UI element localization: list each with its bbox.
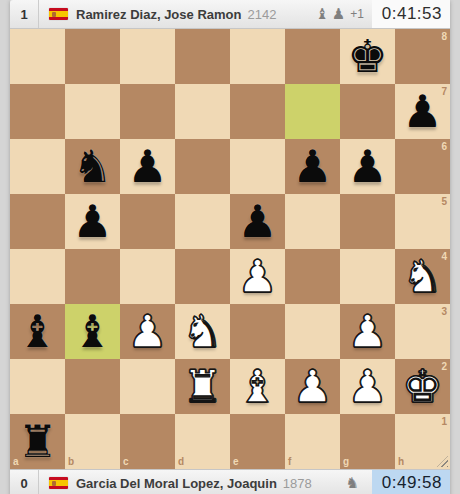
rank-label-8: 8 [441,32,447,42]
square-b2[interactable] [65,359,120,414]
square-g1[interactable]: g [340,414,395,469]
top-material-advantage: +1 [350,7,364,21]
square-h2[interactable]: 2♚ [395,359,450,414]
black-pawn[interactable]: ♟ [230,194,285,249]
top-player-bar: 1 Ramirez Diaz, Jose Ramon 2142 ♝♟ +1 0:… [10,0,450,29]
square-c8[interactable] [120,29,175,84]
square-f4[interactable] [285,249,340,304]
white-king[interactable]: ♚ [395,359,450,414]
spain-flag-icon [49,8,68,20]
square-h6[interactable]: 6 [395,139,450,194]
square-b5[interactable]: ♟ [65,194,120,249]
square-f1[interactable]: f [285,414,340,469]
white-knight[interactable]: ♞ [175,304,230,359]
top-player-name[interactable]: Ramirez Diaz, Jose Ramon [76,7,241,22]
square-e1[interactable]: e [230,414,285,469]
rank-label-5: 5 [441,197,447,207]
file-label-h: h [398,457,404,467]
square-c5[interactable] [120,194,175,249]
spain-flag-icon [49,477,68,489]
bottom-player-name[interactable]: Garcia Del Moral Lopez, Joaquin [76,476,277,491]
white-rook[interactable]: ♜ [175,359,230,414]
square-d6[interactable] [175,139,230,194]
bottom-player-bar: 0 Garcia Del Moral Lopez, Joaquin 1878 ♞… [10,469,450,494]
chess-board: ♚87♟♞♟♟♟6♟♟5♟4♞♝♝♟♞♟3♜♝♟♟2♚a♜bcdefg1h [10,29,450,469]
square-f2[interactable]: ♟ [285,359,340,414]
square-h8[interactable]: 8 [395,29,450,84]
rank-label-1: 1 [441,417,447,427]
square-f8[interactable] [285,29,340,84]
square-h4[interactable]: 4♞ [395,249,450,304]
square-a8[interactable] [10,29,65,84]
white-pawn[interactable]: ♟ [340,359,395,414]
black-pawn[interactable]: ♟ [120,139,175,194]
file-label-c: c [123,457,129,467]
square-h1[interactable]: 1h [395,414,450,469]
white-pawn[interactable]: ♟ [230,249,285,304]
square-g5[interactable] [340,194,395,249]
square-g7[interactable] [340,84,395,139]
square-d4[interactable] [175,249,230,304]
black-pawn[interactable]: ♟ [285,139,340,194]
square-a2[interactable] [10,359,65,414]
square-e8[interactable] [230,29,285,84]
square-e2[interactable]: ♝ [230,359,285,414]
black-pawn[interactable]: ♟ [395,84,450,139]
square-b4[interactable] [65,249,120,304]
square-g2[interactable]: ♟ [340,359,395,414]
square-c3[interactable]: ♟ [120,304,175,359]
bottom-captured-pieces: ♞ [346,476,362,491]
square-g4[interactable] [340,249,395,304]
bishop-icon: ♝ [315,5,330,23]
file-label-e: e [233,457,239,467]
pawn-icon: ♟ [332,5,347,23]
square-e6[interactable] [230,139,285,194]
black-knight[interactable]: ♞ [65,139,120,194]
square-c4[interactable] [120,249,175,304]
square-a1[interactable]: a♜ [10,414,65,469]
black-rook[interactable]: ♜ [10,414,65,469]
file-label-g: g [343,457,349,467]
square-f6[interactable]: ♟ [285,139,340,194]
square-e4[interactable]: ♟ [230,249,285,304]
square-c2[interactable] [120,359,175,414]
top-player-clock: 0:41:53 [372,0,450,28]
square-a4[interactable] [10,249,65,304]
square-b1[interactable]: b [65,414,120,469]
square-a3[interactable]: ♝ [10,304,65,359]
square-f3[interactable] [285,304,340,359]
square-d7[interactable] [175,84,230,139]
top-captured-pieces: ♝♟ [315,7,348,22]
square-g3[interactable]: ♟ [340,304,395,359]
square-h5[interactable]: 5 [395,194,450,249]
black-king[interactable]: ♚ [340,29,395,84]
square-e5[interactable]: ♟ [230,194,285,249]
square-d2[interactable]: ♜ [175,359,230,414]
square-h3[interactable]: 3 [395,304,450,359]
square-a5[interactable] [10,194,65,249]
square-d5[interactable] [175,194,230,249]
top-player-rating: 2142 [247,7,276,22]
black-pawn[interactable]: ♟ [65,194,120,249]
white-pawn[interactable]: ♟ [340,304,395,359]
square-e7[interactable] [230,84,285,139]
bottom-player-rating: 1878 [283,476,312,491]
square-c6[interactable]: ♟ [120,139,175,194]
file-label-f: f [288,457,291,467]
file-label-d: d [178,457,184,467]
square-g8[interactable]: ♚ [340,29,395,84]
square-c1[interactable]: c [120,414,175,469]
square-a7[interactable] [10,84,65,139]
knight-icon: ♞ [346,474,361,492]
square-b8[interactable] [65,29,120,84]
white-pawn[interactable]: ♟ [285,359,340,414]
square-d1[interactable]: d [175,414,230,469]
square-e3[interactable] [230,304,285,359]
square-d8[interactable] [175,29,230,84]
black-bishop[interactable]: ♝ [10,304,65,359]
white-bishop[interactable]: ♝ [230,359,285,414]
rank-label-3: 3 [441,307,447,317]
white-knight[interactable]: ♞ [395,249,450,304]
file-label-b: b [68,457,74,467]
chess-game-widget: 1 Ramirez Diaz, Jose Ramon 2142 ♝♟ +1 0:… [10,0,450,494]
top-player-score: 1 [10,0,39,28]
bottom-player-clock: 0:49:58 [372,470,450,494]
square-b6[interactable]: ♞ [65,139,120,194]
white-pawn[interactable]: ♟ [120,304,175,359]
bottom-player-score: 0 [10,470,39,494]
square-g6[interactable]: ♟ [340,139,395,194]
square-f7[interactable] [285,84,340,139]
square-b7[interactable] [65,84,120,139]
square-h7[interactable]: 7♟ [395,84,450,139]
square-a6[interactable] [10,139,65,194]
square-c7[interactable] [120,84,175,139]
square-f5[interactable] [285,194,340,249]
rank-label-6: 6 [441,142,447,152]
square-d3[interactable]: ♞ [175,304,230,359]
black-bishop[interactable]: ♝ [65,304,120,359]
square-b3[interactable]: ♝ [65,304,120,359]
black-pawn[interactable]: ♟ [340,139,395,194]
